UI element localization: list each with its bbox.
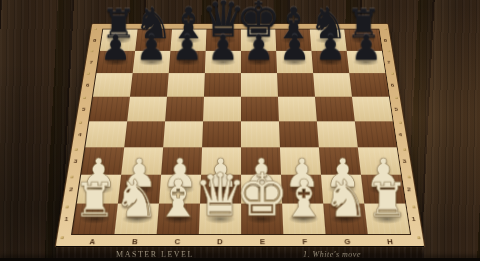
file-label-g: G: [344, 238, 351, 245]
rank-label-right-4: 4: [398, 132, 402, 137]
square-f5[interactable]: [278, 97, 317, 122]
level-label: MASTER LEVEL: [116, 249, 194, 258]
square-h7[interactable]: [347, 51, 386, 73]
square-f4[interactable]: [279, 121, 319, 147]
square-g5[interactable]: [315, 97, 355, 122]
brass-screw: [65, 205, 69, 208]
square-a4[interactable]: [85, 121, 127, 147]
rank-label-left-8: 8: [93, 38, 97, 42]
square-c6[interactable]: [167, 73, 205, 96]
brass-screw: [90, 50, 93, 52]
square-c8[interactable]: [170, 29, 206, 50]
chess-board: ♜♞♝♛♚♝♞♜♟♟♟♟♟♟♟♟♟♟♟♟♟♟♟♟♜♞♝♛♚♝♞♜ ABCDEFG…: [54, 23, 425, 247]
square-f7[interactable]: [276, 51, 313, 73]
square-h8[interactable]: [344, 29, 382, 50]
brass-screw: [384, 28, 387, 30]
brass-screw: [403, 148, 406, 151]
square-c5[interactable]: [165, 97, 204, 122]
rank-label-left-3: 3: [74, 158, 78, 163]
square-b4[interactable]: [124, 121, 165, 147]
square-d4[interactable]: [202, 121, 241, 147]
square-e5[interactable]: [241, 97, 279, 122]
file-label-b: B: [132, 238, 138, 245]
brass-screw: [395, 96, 398, 98]
brass-screw: [87, 72, 90, 74]
square-e4[interactable]: [241, 121, 280, 147]
file-label-d: D: [217, 238, 223, 245]
square-b7[interactable]: [133, 51, 171, 73]
brass-screw: [387, 50, 390, 52]
piece-white-king[interactable]: ♚: [235, 165, 288, 225]
square-e6[interactable]: [241, 73, 278, 96]
brass-screw: [391, 72, 394, 74]
file-label-a: A: [89, 238, 96, 245]
square-a7[interactable]: [97, 51, 136, 73]
piece-white-knight[interactable]: ♞: [113, 172, 159, 224]
file-label-f: F: [302, 238, 307, 245]
rank-label-left-1: 1: [64, 216, 69, 222]
square-b6[interactable]: [130, 73, 169, 96]
square-d8[interactable]: [206, 29, 241, 50]
brass-screw: [75, 148, 78, 151]
file-label-c: C: [174, 238, 180, 245]
piece-white-rook[interactable]: ♜: [366, 176, 408, 223]
square-d6[interactable]: [204, 73, 241, 96]
square-e8[interactable]: [241, 29, 276, 50]
brass-screw: [94, 28, 97, 30]
square-h4[interactable]: [355, 121, 397, 147]
rank-label-right-5: 5: [394, 106, 398, 111]
rank-label-left-4: 4: [78, 132, 82, 137]
brass-screw: [399, 121, 402, 123]
square-g4[interactable]: [317, 121, 358, 147]
status-bar: MASTER LEVEL 1. White's move: [56, 246, 424, 261]
piece-white-knight[interactable]: ♞: [323, 172, 369, 224]
square-a5[interactable]: [89, 97, 130, 122]
brass-screw: [417, 236, 421, 239]
square-c4[interactable]: [163, 121, 203, 147]
brass-screw: [60, 236, 64, 239]
rank-label-left-5: 5: [82, 106, 86, 111]
brass-screw: [79, 121, 82, 123]
file-label-e: E: [260, 238, 265, 245]
piece-white-rook[interactable]: ♜: [73, 176, 115, 223]
square-f6[interactable]: [277, 73, 315, 96]
rank-label-left-6: 6: [86, 83, 90, 88]
rank-label-right-1: 1: [411, 216, 416, 222]
square-g8[interactable]: [310, 29, 347, 50]
square-f8[interactable]: [275, 29, 311, 50]
square-b5[interactable]: [127, 97, 167, 122]
file-label-h: H: [387, 238, 394, 245]
square-a8[interactable]: [100, 29, 138, 50]
square-h6[interactable]: [349, 73, 389, 96]
rank-label-right-6: 6: [390, 83, 394, 88]
square-g7[interactable]: [311, 51, 349, 73]
brass-screw: [83, 96, 86, 98]
rank-label-right-3: 3: [402, 158, 406, 163]
square-h5[interactable]: [352, 97, 393, 122]
chess-scene: ♜♞♝♛♚♝♞♜♟♟♟♟♟♟♟♟♟♟♟♟♟♟♟♟♜♞♝♛♚♝♞♜ ABCDEFG…: [75, 0, 405, 258]
rank-label-right-8: 8: [383, 38, 387, 42]
square-d5[interactable]: [203, 97, 241, 122]
square-g6[interactable]: [313, 73, 352, 96]
brass-screw: [412, 205, 416, 208]
square-a6[interactable]: [93, 73, 133, 96]
move-indicator: 1. White's move: [303, 249, 361, 258]
square-e7[interactable]: [241, 51, 277, 73]
square-c7[interactable]: [169, 51, 206, 73]
rank-label-left-7: 7: [89, 60, 93, 64]
rank-label-right-7: 7: [387, 60, 391, 64]
square-b8[interactable]: [135, 29, 172, 50]
square-d7[interactable]: [205, 51, 241, 73]
